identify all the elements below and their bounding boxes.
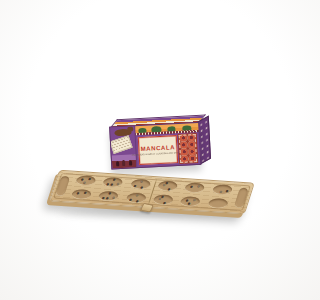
seed: ● [112, 177, 117, 182]
seed: ● [218, 189, 223, 194]
seed: ● [162, 200, 167, 205]
seed: ● [116, 181, 121, 186]
seed: ● [167, 187, 172, 192]
village-illustration [112, 154, 137, 168]
bird-illustration [114, 128, 131, 136]
pit-top-2[interactable]: ●●●● [102, 177, 124, 188]
seed: ● [128, 197, 133, 202]
box-left-panel [110, 126, 137, 168]
pit-top-5[interactable]: ●● [184, 183, 206, 194]
pit-top-4[interactable]: ●●● [157, 181, 179, 192]
seed: ● [105, 195, 110, 200]
seed: ● [225, 189, 230, 194]
seed: ● [109, 182, 114, 187]
seed: ● [196, 184, 201, 189]
seed: ● [192, 197, 197, 202]
seed: ● [83, 190, 88, 195]
pit-bottom-6[interactable] [207, 198, 229, 209]
seed: ● [135, 198, 140, 203]
hang-tag [110, 135, 132, 154]
mancala-board: ●●●●●●●●●●●●●●●●●●●●●●●●●●●●●●●● [49, 170, 255, 214]
product-photo-scene: MANCALA AN ANCIENT GAME OF COUNTING AND … [0, 0, 300, 300]
seed: ● [87, 177, 92, 182]
box-title-label: MANCALA AN ANCIENT GAME OF COUNTING AND … [138, 135, 178, 165]
pit-top-3[interactable]: ●●● [129, 179, 151, 190]
pit-bottom-1[interactable]: ●● [71, 189, 93, 200]
pit-bottom-4[interactable]: ●●● [152, 194, 174, 205]
pit-bottom-5[interactable]: ●●● [180, 196, 202, 207]
seed-circle-icon [189, 155, 196, 162]
seed-circles-panel [178, 133, 199, 164]
box-main-panel: MANCALA AN ANCIENT GAME OF COUNTING AND … [135, 123, 200, 167]
pit-bottom-3[interactable]: ●●● [125, 192, 147, 203]
mancala-box: MANCALA AN ANCIENT GAME OF COUNTING AND … [109, 111, 212, 170]
seed: ● [111, 195, 116, 200]
pit-top-6[interactable]: ●● [211, 184, 233, 195]
seed: ● [139, 185, 144, 190]
pit-top-1[interactable]: ●●● [75, 175, 97, 186]
seed-circle-icon [181, 156, 188, 163]
box-subtitle: AN ANCIENT GAME OF COUNTING AND STRATEGY [131, 152, 185, 156]
box-front-face: MANCALA AN ANCIENT GAME OF COUNTING AND … [109, 122, 201, 170]
seed: ● [108, 190, 113, 195]
pit-bottom-2[interactable]: ●●●● [98, 190, 120, 201]
seed: ● [76, 190, 81, 195]
seed: ● [187, 201, 192, 206]
seed: ● [133, 184, 138, 189]
seed: ● [189, 184, 194, 189]
seed: ● [82, 180, 87, 185]
